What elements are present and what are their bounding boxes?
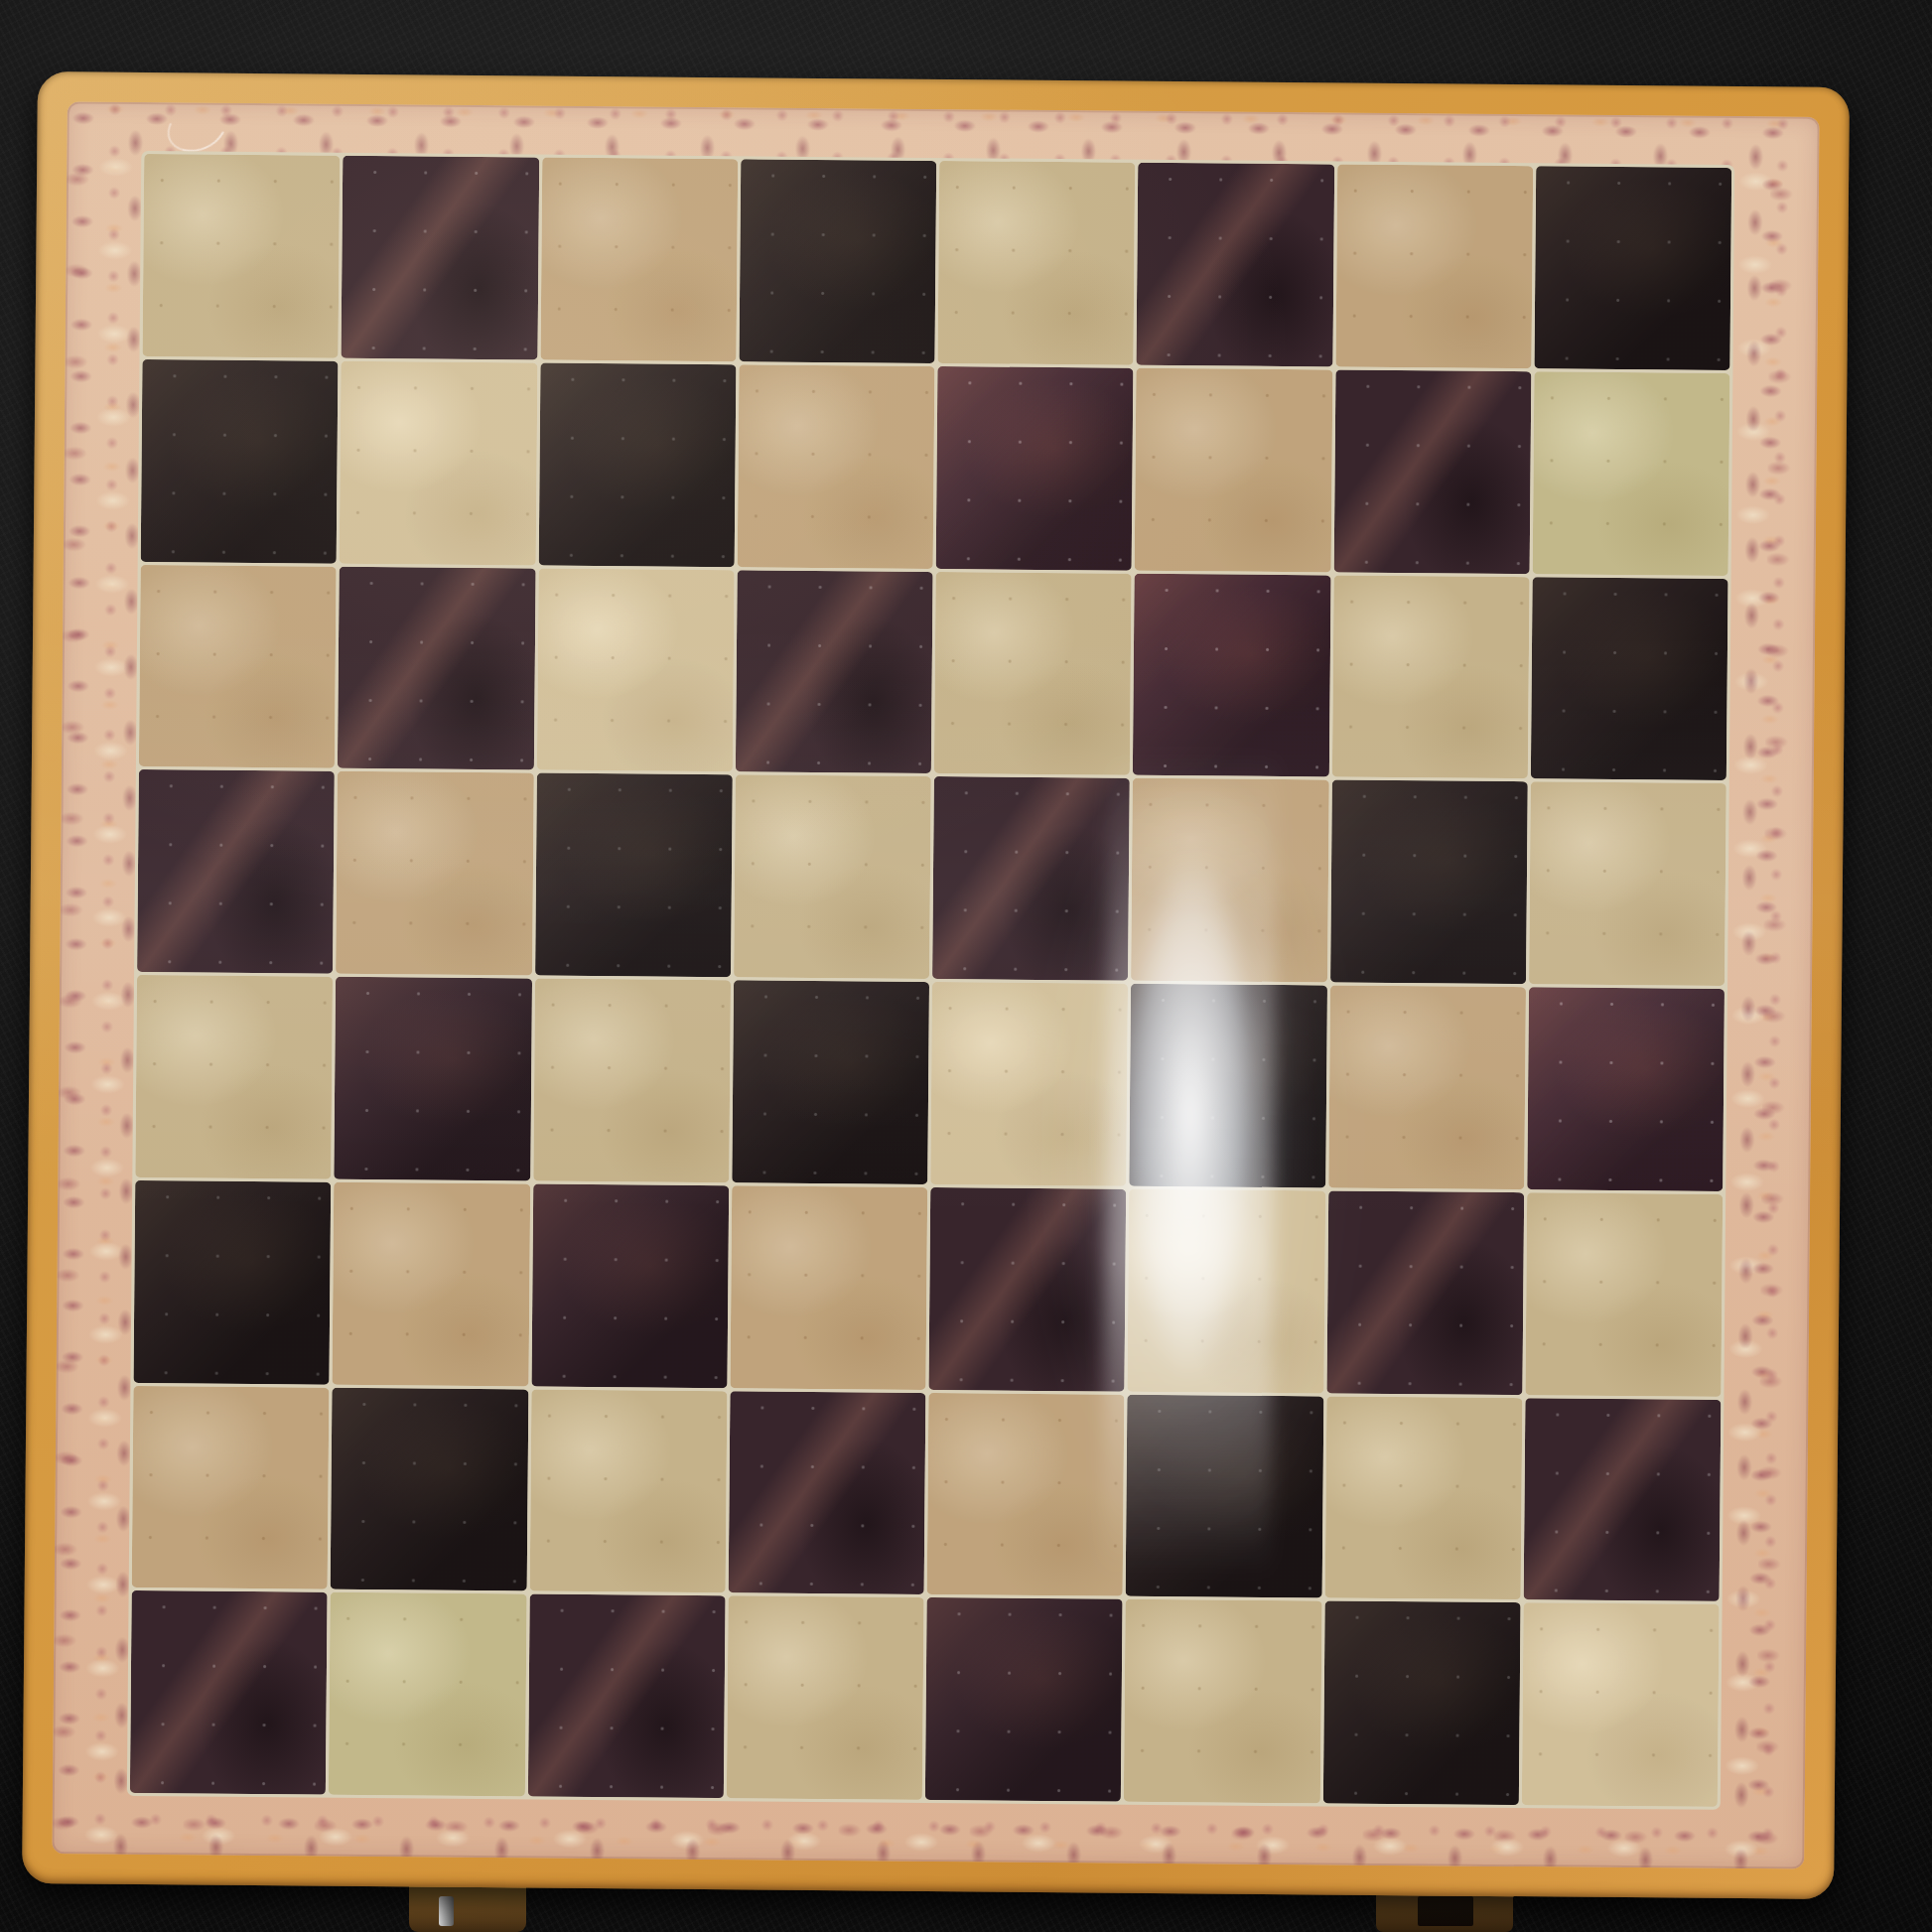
square-f3[interactable] [1128,1188,1325,1392]
square-g4[interactable] [1328,985,1526,1188]
square-a8[interactable] [142,154,340,357]
square-b7[interactable] [340,361,537,565]
square-g2[interactable] [1324,1396,1522,1599]
square-c1[interactable] [527,1594,725,1798]
square-a1[interactable] [130,1590,328,1794]
square-c3[interactable] [531,1183,729,1387]
square-f6[interactable] [1133,573,1330,776]
square-d2[interactable] [728,1391,925,1594]
board-grid [130,154,1731,1807]
square-d6[interactable] [736,570,933,773]
square-h1[interactable] [1522,1602,1720,1806]
square-a5[interactable] [137,769,335,973]
square-a4[interactable] [135,975,333,1178]
square-f4[interactable] [1129,984,1326,1187]
brass-hinge-left [409,1882,526,1932]
square-h6[interactable] [1531,577,1728,780]
square-d7[interactable] [737,364,934,568]
square-c6[interactable] [536,568,734,771]
square-f7[interactable] [1135,367,1332,571]
square-a3[interactable] [133,1180,331,1384]
square-b6[interactable] [338,566,535,769]
square-g8[interactable] [1335,164,1533,367]
scratch-mark [160,101,234,161]
square-c8[interactable] [540,158,738,361]
square-d5[interactable] [734,774,931,978]
square-g1[interactable] [1322,1601,1520,1805]
square-e3[interactable] [928,1187,1126,1391]
square-h4[interactable] [1527,987,1725,1190]
square-g3[interactable] [1326,1190,1524,1394]
square-f8[interactable] [1137,163,1334,366]
square-d3[interactable] [730,1185,927,1389]
square-c5[interactable] [535,773,733,977]
square-a7[interactable] [141,359,339,563]
square-b1[interactable] [329,1592,526,1796]
square-f2[interactable] [1126,1394,1323,1597]
photo-scene [0,0,1932,1932]
square-e5[interactable] [932,776,1130,980]
square-h2[interactable] [1523,1398,1721,1601]
square-b2[interactable] [331,1387,528,1590]
square-e2[interactable] [927,1392,1125,1595]
square-d1[interactable] [727,1595,924,1799]
square-g6[interactable] [1331,575,1529,778]
square-h3[interactable] [1525,1192,1723,1396]
square-f5[interactable] [1131,778,1328,982]
square-c2[interactable] [529,1389,727,1592]
square-e7[interactable] [936,366,1134,570]
chess-board [22,71,1850,1899]
square-h8[interactable] [1534,166,1731,369]
square-g5[interactable] [1330,780,1528,984]
square-b3[interactable] [333,1181,530,1385]
square-e8[interactable] [937,161,1135,364]
square-f1[interactable] [1124,1599,1321,1803]
square-b5[interactable] [336,771,533,975]
square-e1[interactable] [925,1597,1123,1801]
square-b8[interactable] [342,156,539,359]
square-d8[interactable] [739,159,936,362]
square-h5[interactable] [1529,781,1726,985]
square-e4[interactable] [930,982,1128,1185]
square-g7[interactable] [1333,369,1531,573]
square-c7[interactable] [538,362,736,566]
marble-border [52,101,1819,1868]
square-d4[interactable] [732,980,929,1183]
square-e6[interactable] [934,571,1132,774]
square-a2[interactable] [132,1385,330,1588]
square-c4[interactable] [533,978,731,1181]
square-b4[interactable] [335,977,532,1180]
square-h7[interactable] [1532,371,1729,575]
square-a6[interactable] [139,564,337,767]
